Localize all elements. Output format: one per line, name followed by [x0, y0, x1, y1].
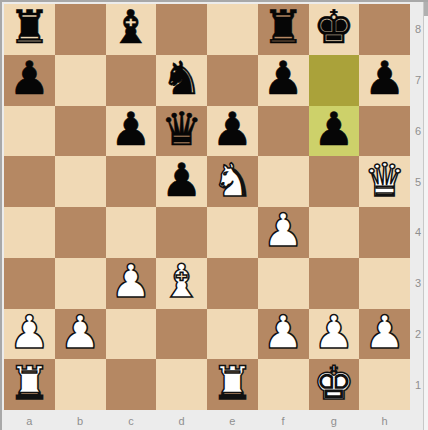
square-c6[interactable]: ♟	[106, 106, 157, 157]
square-a3[interactable]	[4, 258, 55, 309]
piece-black-rook[interactable]: ♜	[9, 4, 50, 50]
square-g5[interactable]	[309, 156, 360, 207]
piece-white-pawn[interactable]: ♟	[313, 309, 354, 355]
file-label-e: e	[207, 410, 258, 430]
square-d4[interactable]	[156, 207, 207, 258]
square-h7[interactable]: ♟	[359, 55, 410, 106]
square-e7[interactable]	[207, 55, 258, 106]
square-a7[interactable]: ♟	[4, 55, 55, 106]
square-b6[interactable]	[55, 106, 106, 157]
piece-white-pawn[interactable]: ♟	[364, 309, 405, 355]
square-b8[interactable]	[55, 4, 106, 55]
square-f8[interactable]: ♜	[258, 4, 309, 55]
piece-black-pawn[interactable]: ♟	[110, 106, 151, 152]
piece-black-pawn[interactable]: ♟	[263, 55, 304, 101]
piece-white-pawn[interactable]: ♟	[263, 309, 304, 355]
file-label-a: a	[4, 410, 55, 430]
square-h2[interactable]: ♟	[359, 309, 410, 360]
square-g8[interactable]: ♚	[309, 4, 360, 55]
square-a1[interactable]: ♜	[4, 359, 55, 410]
square-c4[interactable]	[106, 207, 157, 258]
piece-black-pawn[interactable]: ♟	[9, 55, 50, 101]
square-c2[interactable]	[106, 309, 157, 360]
square-g4[interactable]	[309, 207, 360, 258]
piece-black-pawn[interactable]: ♟	[212, 106, 253, 152]
file-label-d: d	[156, 410, 207, 430]
file-label-f: f	[258, 410, 309, 430]
piece-white-pawn[interactable]: ♟	[110, 258, 151, 304]
square-a8[interactable]: ♜	[4, 4, 55, 55]
square-d3[interactable]: ♝	[156, 258, 207, 309]
square-h8[interactable]	[359, 4, 410, 55]
file-label-b: b	[55, 410, 106, 430]
square-e1[interactable]: ♜	[207, 359, 258, 410]
square-f2[interactable]: ♟	[258, 309, 309, 360]
square-g2[interactable]: ♟	[309, 309, 360, 360]
scrollbar[interactable]	[423, 2, 428, 430]
square-c1[interactable]	[106, 359, 157, 410]
piece-black-king[interactable]: ♚	[313, 4, 354, 50]
square-d6[interactable]: ♛	[156, 106, 207, 157]
piece-white-rook[interactable]: ♜	[9, 360, 50, 406]
square-g6[interactable]: ♟	[309, 106, 360, 157]
square-a5[interactable]	[4, 156, 55, 207]
piece-black-pawn[interactable]: ♟	[313, 106, 354, 152]
piece-black-rook[interactable]: ♜	[263, 4, 304, 50]
file-label-g: g	[309, 410, 360, 430]
chess-board: ♜♝♜♚♟♞♟♟♟♛♟♟♟♞♛♟♟♝♟♟♟♟♟♜♜♚	[4, 4, 410, 410]
square-e6[interactable]: ♟	[207, 106, 258, 157]
square-b4[interactable]	[55, 207, 106, 258]
square-d8[interactable]	[156, 4, 207, 55]
square-f4[interactable]: ♟	[258, 207, 309, 258]
square-a4[interactable]	[4, 207, 55, 258]
square-e2[interactable]	[207, 309, 258, 360]
square-g7[interactable]	[309, 55, 360, 106]
square-a2[interactable]: ♟	[4, 309, 55, 360]
square-e4[interactable]	[207, 207, 258, 258]
square-c7[interactable]	[106, 55, 157, 106]
square-d5[interactable]: ♟	[156, 156, 207, 207]
square-c3[interactable]: ♟	[106, 258, 157, 309]
square-h3[interactable]	[359, 258, 410, 309]
square-h5[interactable]: ♛	[359, 156, 410, 207]
file-coordinates: abcdefgh	[4, 410, 410, 430]
piece-black-bishop[interactable]: ♝	[110, 4, 151, 50]
piece-white-bishop[interactable]: ♝	[161, 258, 202, 304]
square-f7[interactable]: ♟	[258, 55, 309, 106]
square-g1[interactable]: ♚	[309, 359, 360, 410]
file-label-h: h	[359, 410, 410, 430]
page-frame: ♜♝♜♚♟♞♟♟♟♛♟♟♟♞♛♟♟♝♟♟♟♟♟♜♜♚ 87654321 abcd…	[0, 0, 428, 430]
piece-white-pawn[interactable]: ♟	[60, 309, 101, 355]
piece-black-pawn[interactable]: ♟	[364, 55, 405, 101]
piece-black-queen[interactable]: ♛	[161, 106, 202, 152]
piece-white-knight[interactable]: ♞	[212, 157, 253, 203]
square-f6[interactable]	[258, 106, 309, 157]
square-b7[interactable]	[55, 55, 106, 106]
square-a6[interactable]	[4, 106, 55, 157]
square-b3[interactable]	[55, 258, 106, 309]
square-b1[interactable]	[55, 359, 106, 410]
square-d1[interactable]	[156, 359, 207, 410]
piece-black-pawn[interactable]: ♟	[161, 157, 202, 203]
square-f3[interactable]	[258, 258, 309, 309]
square-h1[interactable]	[359, 359, 410, 410]
square-e5[interactable]: ♞	[207, 156, 258, 207]
square-f5[interactable]	[258, 156, 309, 207]
square-d7[interactable]: ♞	[156, 55, 207, 106]
piece-white-pawn[interactable]: ♟	[9, 309, 50, 355]
piece-white-rook[interactable]: ♜	[212, 360, 253, 406]
square-c5[interactable]	[106, 156, 157, 207]
square-h6[interactable]	[359, 106, 410, 157]
square-g3[interactable]	[309, 258, 360, 309]
square-f1[interactable]	[258, 359, 309, 410]
piece-black-knight[interactable]: ♞	[161, 55, 202, 101]
scrollbar-thumb[interactable]	[424, 2, 428, 16]
piece-white-pawn[interactable]: ♟	[263, 207, 304, 253]
square-c8[interactable]: ♝	[106, 4, 157, 55]
file-label-c: c	[106, 410, 157, 430]
square-b5[interactable]	[55, 156, 106, 207]
piece-white-queen[interactable]: ♛	[364, 157, 405, 203]
piece-white-king[interactable]: ♚	[313, 360, 354, 406]
square-b2[interactable]: ♟	[55, 309, 106, 360]
square-e8[interactable]	[207, 4, 258, 55]
square-d2[interactable]	[156, 309, 207, 360]
square-h4[interactable]	[359, 207, 410, 258]
square-e3[interactable]	[207, 258, 258, 309]
